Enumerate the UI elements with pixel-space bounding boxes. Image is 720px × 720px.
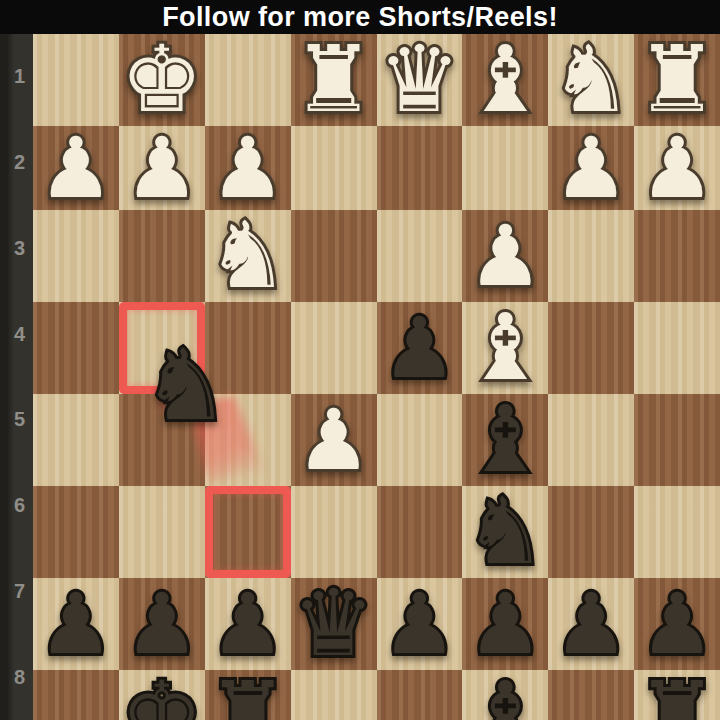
- square-e5[interactable]: ♟: [291, 394, 377, 486]
- square-e6[interactable]: [291, 486, 377, 578]
- square-b4[interactable]: [548, 302, 634, 394]
- white-pawn[interactable]: ♟: [210, 126, 285, 210]
- square-g7[interactable]: ♟: [119, 578, 205, 670]
- black-rook[interactable]: ♜: [206, 670, 288, 720]
- square-c5[interactable]: ♝: [462, 394, 548, 486]
- black-pawn[interactable]: ♟: [382, 306, 457, 390]
- square-a3[interactable]: [634, 210, 720, 302]
- black-pawn[interactable]: ♟: [38, 582, 113, 666]
- black-bishop[interactable]: ♝: [464, 394, 546, 486]
- square-d5[interactable]: [377, 394, 463, 486]
- square-f3[interactable]: ♞: [205, 210, 291, 302]
- black-pawn[interactable]: ♟: [124, 582, 199, 666]
- square-a7[interactable]: ♟: [634, 578, 720, 670]
- black-pawn[interactable]: ♟: [468, 582, 543, 666]
- black-knight[interactable]: ♞: [464, 486, 546, 578]
- white-pawn[interactable]: ♟: [468, 214, 543, 298]
- square-e7[interactable]: ♛: [291, 578, 377, 670]
- caption-text: Follow for more Shorts/Reels!: [162, 4, 558, 31]
- square-c1[interactable]: ♝: [462, 34, 548, 126]
- square-h2[interactable]: ♟: [33, 126, 119, 210]
- square-a8[interactable]: ♜: [634, 670, 720, 720]
- square-b1[interactable]: ♞: [548, 34, 634, 126]
- square-a4[interactable]: [634, 302, 720, 394]
- square-b7[interactable]: ♟: [548, 578, 634, 670]
- square-h8[interactable]: [33, 670, 119, 720]
- square-h4[interactable]: [33, 302, 119, 394]
- black-pawn[interactable]: ♟: [554, 582, 629, 666]
- black-king[interactable]: ♚: [121, 670, 203, 720]
- square-d4[interactable]: ♟: [377, 302, 463, 394]
- black-knight-moving[interactable]: ♞: [143, 342, 229, 428]
- white-knight[interactable]: ♞: [206, 210, 288, 302]
- rank-label-5: 5: [0, 377, 33, 463]
- square-b6[interactable]: [548, 486, 634, 578]
- rank-label-7: 7: [0, 549, 33, 635]
- white-rook[interactable]: ♜: [292, 34, 374, 126]
- square-g2[interactable]: ♟: [119, 126, 205, 210]
- rank-label-2: 2: [0, 120, 33, 206]
- square-c2[interactable]: [462, 126, 548, 210]
- rank-label-4: 4: [0, 291, 33, 377]
- white-pawn[interactable]: ♟: [639, 126, 714, 210]
- white-pawn[interactable]: ♟: [554, 126, 629, 210]
- caption-banner: Follow for more Shorts/Reels!: [0, 0, 720, 34]
- rank-label-3: 3: [0, 206, 33, 292]
- premove-highlight-f6: [205, 486, 291, 578]
- square-d6[interactable]: [377, 486, 463, 578]
- white-pawn[interactable]: ♟: [124, 126, 199, 210]
- black-queen[interactable]: ♛: [292, 578, 374, 670]
- square-h6[interactable]: [33, 486, 119, 578]
- square-h7[interactable]: ♟: [33, 578, 119, 670]
- white-king[interactable]: ♚: [121, 34, 203, 126]
- square-f2[interactable]: ♟: [205, 126, 291, 210]
- black-rook[interactable]: ♜: [636, 670, 718, 720]
- rank-label-8: 8: [0, 634, 33, 720]
- square-g3[interactable]: [119, 210, 205, 302]
- square-h5[interactable]: [33, 394, 119, 486]
- square-g8[interactable]: ♚: [119, 670, 205, 720]
- black-pawn[interactable]: ♟: [382, 582, 457, 666]
- square-d1[interactable]: ♛: [377, 34, 463, 126]
- square-c8[interactable]: ♝: [462, 670, 548, 720]
- square-g1[interactable]: ♚: [119, 34, 205, 126]
- square-b5[interactable]: [548, 394, 634, 486]
- square-e4[interactable]: [291, 302, 377, 394]
- square-g6[interactable]: [119, 486, 205, 578]
- square-d3[interactable]: [377, 210, 463, 302]
- square-d2[interactable]: [377, 126, 463, 210]
- white-bishop[interactable]: ♝: [464, 34, 546, 126]
- square-b2[interactable]: ♟: [548, 126, 634, 210]
- square-h3[interactable]: [33, 210, 119, 302]
- square-h1[interactable]: [33, 34, 119, 126]
- square-f1[interactable]: [205, 34, 291, 126]
- black-pawn[interactable]: ♟: [210, 582, 285, 666]
- chess-app-screen: Follow for more Shorts/Reels! 12345678 ♚…: [0, 0, 720, 720]
- square-e3[interactable]: [291, 210, 377, 302]
- square-f8[interactable]: ♜: [205, 670, 291, 720]
- square-e8[interactable]: [291, 670, 377, 720]
- white-knight[interactable]: ♞: [550, 34, 632, 126]
- square-f6[interactable]: [205, 486, 291, 578]
- square-d7[interactable]: ♟: [377, 578, 463, 670]
- square-a2[interactable]: ♟: [634, 126, 720, 210]
- rank-labels-sidebar: 12345678: [0, 34, 33, 720]
- white-bishop[interactable]: ♝: [464, 302, 546, 394]
- black-bishop[interactable]: ♝: [464, 670, 546, 720]
- black-knight: ♞: [142, 336, 230, 434]
- square-b8[interactable]: [548, 670, 634, 720]
- square-a6[interactable]: [634, 486, 720, 578]
- white-rook[interactable]: ♜: [636, 34, 718, 126]
- square-f7[interactable]: ♟: [205, 578, 291, 670]
- white-pawn[interactable]: ♟: [296, 398, 371, 482]
- white-pawn[interactable]: ♟: [38, 126, 113, 210]
- square-e1[interactable]: ♜: [291, 34, 377, 126]
- rank-label-6: 6: [0, 463, 33, 549]
- square-c3[interactable]: ♟: [462, 210, 548, 302]
- square-a1[interactable]: ♜: [634, 34, 720, 126]
- square-c4[interactable]: ♝: [462, 302, 548, 394]
- square-c6[interactable]: ♞: [462, 486, 548, 578]
- square-e2[interactable]: [291, 126, 377, 210]
- rank-label-1: 1: [0, 34, 33, 120]
- square-d8[interactable]: [377, 670, 463, 720]
- black-pawn[interactable]: ♟: [639, 582, 714, 666]
- white-queen[interactable]: ♛: [378, 34, 460, 126]
- square-c7[interactable]: ♟: [462, 578, 548, 670]
- square-b3[interactable]: [548, 210, 634, 302]
- chess-board[interactable]: ♚♜♛♝♞♜♟♟♟♟♟♞♟♟♝♟♝♞♟♟♟♛♟♟♟♟♚♜♝♜: [33, 34, 720, 720]
- square-a5[interactable]: [634, 394, 720, 486]
